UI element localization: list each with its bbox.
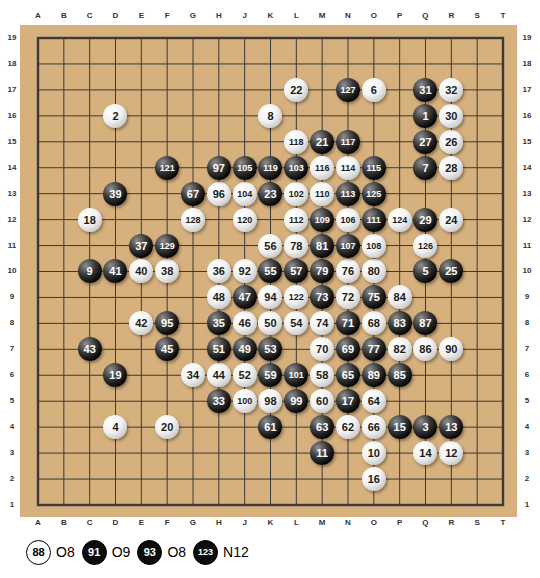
coord-label: J — [235, 518, 255, 528]
coord-label: G — [183, 518, 203, 528]
coord-label: 6 — [518, 370, 536, 380]
coord-label: J — [235, 11, 255, 21]
coord-label: 4 — [518, 422, 536, 432]
coord-label: S — [467, 518, 487, 528]
coord-label: 18 — [518, 59, 536, 69]
coord-label: B — [54, 11, 74, 21]
go-diagram-page: ABCDEFGHJKLMNOPQRST ABCDEFGHJKLMNOPQRST … — [0, 0, 540, 578]
coord-label: 7 — [518, 344, 536, 354]
coord-label: F — [157, 11, 177, 21]
coord-label: 2 — [518, 474, 536, 484]
board-grid — [20, 25, 517, 517]
coord-label: P — [390, 11, 410, 21]
coord-label: 10 — [3, 266, 21, 276]
coord-label: M — [312, 518, 332, 528]
coord-label: 14 — [518, 163, 536, 173]
caption-stone-black-93: 93 — [137, 540, 162, 565]
coord-label: A — [28, 518, 48, 528]
coord-label: E — [131, 518, 151, 528]
coord-label: Q — [415, 11, 435, 21]
coord-label: T — [493, 11, 513, 21]
coord-label: 10 — [518, 266, 536, 276]
coord-label: S — [467, 11, 487, 21]
coord-label: 11 — [3, 241, 21, 251]
coord-label: G — [183, 11, 203, 21]
coord-label: 17 — [3, 85, 21, 95]
coord-label: 9 — [518, 292, 536, 302]
coord-label: O — [364, 11, 384, 21]
coord-label: L — [286, 11, 306, 21]
coord-label: A — [28, 11, 48, 21]
coord-label: 15 — [3, 137, 21, 147]
coord-label: 7 — [3, 344, 21, 354]
caption-stone-white-88: 88 — [26, 540, 51, 565]
coord-label: O — [364, 518, 384, 528]
coord-label: N — [338, 518, 358, 528]
coord-label: N — [338, 11, 358, 21]
coord-label: L — [286, 518, 306, 528]
coord-label: 9 — [3, 292, 21, 302]
coord-label: 15 — [518, 137, 536, 147]
move-caption: 88O891O993O8123N12 — [26, 538, 256, 566]
coord-label: 13 — [518, 189, 536, 199]
caption-stone-black-91: 91 — [82, 540, 107, 565]
coord-label: 12 — [3, 215, 21, 225]
coord-label: 16 — [518, 111, 536, 121]
coord-label: 8 — [518, 318, 536, 328]
coord-label: 19 — [3, 33, 21, 43]
coord-label: P — [390, 518, 410, 528]
coord-label: K — [260, 518, 280, 528]
go-board[interactable] — [20, 25, 517, 517]
coord-label: 2 — [3, 474, 21, 484]
coord-label: C — [80, 518, 100, 528]
coord-label: T — [493, 518, 513, 528]
coord-label: 3 — [3, 448, 21, 458]
caption-coordinate: N12 — [223, 544, 249, 560]
coord-label: Q — [415, 518, 435, 528]
caption-coordinate: O9 — [112, 544, 131, 560]
coord-label: 12 — [518, 215, 536, 225]
coord-label: 5 — [518, 396, 536, 406]
caption-stone-black-123: 123 — [193, 540, 218, 565]
coord-label: R — [441, 518, 461, 528]
coord-label: 6 — [3, 370, 21, 380]
coord-label: D — [105, 518, 125, 528]
coord-label: 19 — [518, 33, 536, 43]
coord-label: R — [441, 11, 461, 21]
coord-label: 1 — [518, 500, 536, 510]
coord-label: 17 — [518, 85, 536, 95]
coord-label: 11 — [518, 241, 536, 251]
caption-coordinate: O8 — [56, 544, 75, 560]
coord-label: 5 — [3, 396, 21, 406]
coord-label: 14 — [3, 163, 21, 173]
coord-label: 18 — [3, 59, 21, 69]
coord-label: K — [260, 11, 280, 21]
coord-label: 4 — [3, 422, 21, 432]
coord-label: E — [131, 11, 151, 21]
coord-label: F — [157, 518, 177, 528]
coord-label: M — [312, 11, 332, 21]
coord-label: 16 — [3, 111, 21, 121]
coord-label: 3 — [518, 448, 536, 458]
coord-label: 1 — [3, 500, 21, 510]
coord-label: 13 — [3, 189, 21, 199]
coord-label: H — [209, 518, 229, 528]
coord-label: C — [80, 11, 100, 21]
coord-label: D — [105, 11, 125, 21]
coord-label: H — [209, 11, 229, 21]
caption-coordinate: O8 — [167, 544, 186, 560]
coord-label: B — [54, 518, 74, 528]
coord-label: 8 — [3, 318, 21, 328]
